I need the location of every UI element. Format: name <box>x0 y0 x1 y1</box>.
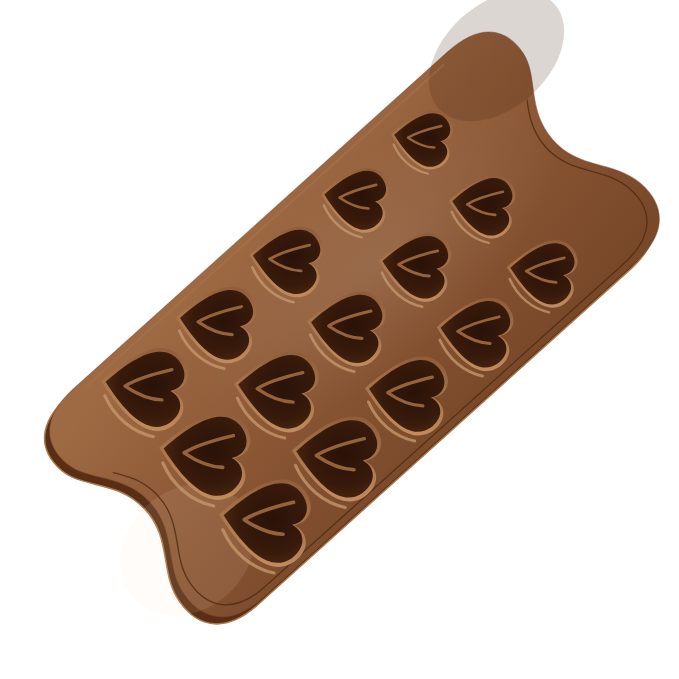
mold-photo-canvas <box>0 0 679 679</box>
product-photo <box>0 0 679 679</box>
